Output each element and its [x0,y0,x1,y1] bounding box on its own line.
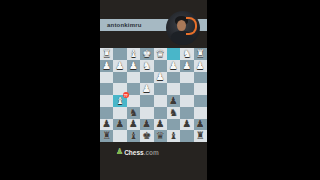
video-frame: antonkimru ♜♝♚♛♞♜♟♟♟♞♟♟♟♟♟♝??♟♞♞♟♟♟♟♟♟♟♜… [100,0,207,180]
white-piece-k: ♚ [142,49,151,59]
square-b7[interactable]: ♟ [180,119,193,131]
square-b6[interactable] [180,107,193,119]
black-piece-p: ♟ [182,119,191,129]
black-piece-b: ♝ [169,131,178,141]
square-a2[interactable]: ♟ [194,60,207,72]
black-piece-b: ♝ [129,131,138,141]
square-d4[interactable] [154,83,167,95]
square-g2[interactable]: ♟ [113,60,126,72]
square-a3[interactable] [194,72,207,84]
square-a5[interactable] [194,95,207,107]
square-b1[interactable]: ♞ [180,48,193,60]
square-f1[interactable]: ♝ [127,48,140,60]
black-piece-n: ♞ [129,108,138,118]
square-h6[interactable] [100,107,113,119]
white-piece-r: ♜ [102,49,111,59]
square-d7[interactable]: ♟ [154,119,167,131]
white-piece-n: ♞ [182,49,191,59]
square-c5[interactable]: ♟ [167,95,180,107]
white-piece-r: ♜ [196,49,205,59]
square-c2[interactable]: ♟ [167,60,180,72]
black-piece-p: ♟ [156,119,165,129]
square-d5[interactable] [154,95,167,107]
square-g3[interactable] [113,72,126,84]
square-f7[interactable]: ♟ [127,119,140,131]
black-piece-p: ♟ [102,119,111,129]
square-a7[interactable]: ♟ [194,119,207,131]
square-d6[interactable] [154,107,167,119]
square-e7[interactable]: ♟ [140,119,153,131]
square-a4[interactable] [194,83,207,95]
square-c4[interactable] [167,83,180,95]
avatar-face [177,20,186,31]
pawn-logo-icon: ♟ [116,148,123,156]
square-b8[interactable] [180,130,193,142]
square-h4[interactable] [100,83,113,95]
black-piece-p: ♟ [142,119,151,129]
square-g1[interactable] [113,48,126,60]
white-piece-b: ♝ [129,49,138,59]
square-e2[interactable]: ♞ [140,60,153,72]
square-h3[interactable] [100,72,113,84]
square-f2[interactable]: ♟ [127,60,140,72]
white-piece-p: ♟ [142,84,151,94]
chess-board[interactable]: ♜♝♚♛♞♜♟♟♟♞♟♟♟♟♟♝??♟♞♞♟♟♟♟♟♟♟♜♝♚♛♝♜ [100,48,207,142]
logo-text: Chess [124,149,144,156]
square-f3[interactable] [127,72,140,84]
orange-headset-icon [186,17,197,35]
square-e5[interactable] [140,95,153,107]
square-d2[interactable] [154,60,167,72]
streamer-avatar [166,11,200,45]
white-piece-p: ♟ [169,61,178,71]
player-username: antonkimru [100,22,142,28]
square-c6[interactable]: ♞ [167,107,180,119]
square-c3[interactable] [167,72,180,84]
square-e3[interactable] [140,72,153,84]
white-piece-q: ♛ [156,49,165,59]
blunder-badge-icon: ?? [123,92,129,98]
square-e1[interactable]: ♚ [140,48,153,60]
square-h1[interactable]: ♜ [100,48,113,60]
white-piece-p: ♟ [102,61,111,71]
square-a6[interactable] [194,107,207,119]
chesscom-logo: ♟ Chess .com [116,147,159,157]
black-piece-r: ♜ [196,131,205,141]
white-piece-n: ♞ [142,61,151,71]
white-piece-p: ♟ [156,72,165,82]
square-g6[interactable] [113,107,126,119]
black-piece-n: ♞ [169,108,178,118]
square-f4[interactable] [127,83,140,95]
square-e4[interactable]: ♟ [140,83,153,95]
square-g7[interactable]: ♟ [113,119,126,131]
square-f8[interactable]: ♝ [127,130,140,142]
black-piece-p: ♟ [169,96,178,106]
square-b4[interactable] [180,83,193,95]
logo-suffix: .com [144,149,159,156]
square-h2[interactable]: ♟ [100,60,113,72]
square-h7[interactable]: ♟ [100,119,113,131]
black-piece-p: ♟ [196,119,205,129]
white-piece-p: ♟ [182,61,191,71]
square-f6[interactable]: ♞ [127,107,140,119]
square-b5[interactable] [180,95,193,107]
white-piece-p: ♟ [129,61,138,71]
square-g5[interactable]: ♝?? [113,95,126,107]
white-piece-p: ♟ [116,61,125,71]
square-b2[interactable]: ♟ [180,60,193,72]
square-f5[interactable] [127,95,140,107]
black-piece-p: ♟ [129,119,138,129]
square-d1[interactable]: ♛ [154,48,167,60]
black-piece-q: ♛ [156,131,165,141]
square-a8[interactable]: ♜ [194,130,207,142]
square-d8[interactable]: ♛ [154,130,167,142]
square-d3[interactable]: ♟ [154,72,167,84]
black-piece-p: ♟ [116,119,125,129]
black-piece-k: ♚ [142,131,151,141]
black-piece-r: ♜ [102,131,111,141]
square-c8[interactable]: ♝ [167,130,180,142]
white-piece-p: ♟ [196,61,205,71]
square-e8[interactable]: ♚ [140,130,153,142]
square-h5[interactable] [100,95,113,107]
square-c7[interactable] [167,119,180,131]
square-c1[interactable] [167,48,180,60]
square-g8[interactable] [113,130,126,142]
square-h8[interactable]: ♜ [100,130,113,142]
square-e6[interactable] [140,107,153,119]
square-b3[interactable] [180,72,193,84]
screenshot-stage: antonkimru ♜♝♚♛♞♜♟♟♟♞♟♟♟♟♟♝??♟♞♞♟♟♟♟♟♟♟♜… [0,0,320,180]
square-a1[interactable]: ♜ [194,48,207,60]
